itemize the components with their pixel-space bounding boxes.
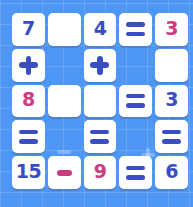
cell-r3c4 [119,85,152,118]
cell-r3c5: 3 [155,85,188,118]
cell-r1c2[interactable] [48,13,81,46]
cell-r5c3[interactable]: 9 [84,156,117,189]
cell-r5c2[interactable] [48,156,81,189]
cell-value: 7 [22,19,35,38]
equals-icon [126,22,145,36]
cell-value: 8 [22,90,35,109]
void-cell [119,120,152,153]
cell-r2c3 [84,49,117,82]
equals-icon [126,94,145,108]
cell-r2c1 [12,49,45,82]
cell-r5c4 [119,156,152,189]
equals-icon [90,130,109,144]
cell-r1c5[interactable]: 3 [155,13,188,46]
void-cell [48,49,81,82]
cell-value: 3 [165,19,178,38]
cell-r1c3: 4 [84,13,117,46]
cell-r4c5 [155,120,188,153]
void-cell [48,120,81,153]
cell-value: 6 [165,162,178,181]
cell-value: 4 [94,19,107,38]
equals-icon [19,130,38,144]
minus-icon [57,170,72,176]
cell-r2c5[interactable] [155,49,188,82]
plus-icon [90,56,109,75]
puzzle-board: 743831596 [0,0,193,207]
cell-value: 15 [16,162,41,181]
equals-icon [126,166,145,180]
cell-r3c1[interactable]: 8 [12,85,45,118]
cell-r5c5: 6 [155,156,188,189]
plus-icon [19,56,38,75]
cell-r5c1: 15 [12,156,45,189]
cell-r3c2[interactable] [48,85,81,118]
cell-value: 3 [165,90,178,109]
cell-r3c3[interactable] [84,85,117,118]
cell-r4c1 [12,120,45,153]
cell-r1c1: 7 [12,13,45,46]
math-grid: 743831596 [12,13,188,189]
equals-icon [162,130,181,144]
cell-value: 9 [94,162,107,181]
cell-r4c3 [84,120,117,153]
void-cell [119,49,152,82]
cell-r1c4 [119,13,152,46]
